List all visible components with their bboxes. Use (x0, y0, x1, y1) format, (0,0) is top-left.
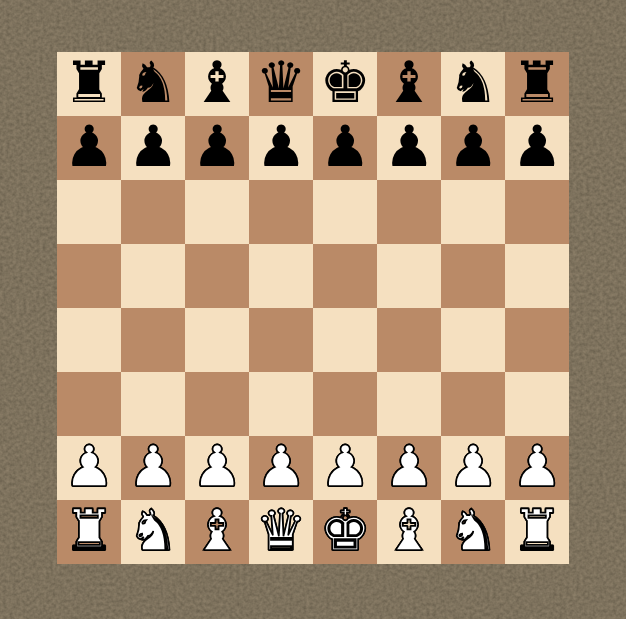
square-e1[interactable]: ♚ (313, 500, 377, 564)
square-c8[interactable]: ♝ (185, 52, 249, 116)
square-b5[interactable] (121, 244, 185, 308)
square-g1[interactable]: ♞ (441, 500, 505, 564)
square-f7[interactable]: ♟ (377, 116, 441, 180)
piece-black-pawn[interactable]: ♟ (319, 116, 370, 178)
piece-white-rook[interactable]: ♜ (511, 500, 562, 562)
square-e2[interactable]: ♟ (313, 436, 377, 500)
square-g5[interactable] (441, 244, 505, 308)
piece-black-knight[interactable]: ♞ (127, 52, 178, 114)
square-e8[interactable]: ♚ (313, 52, 377, 116)
piece-black-pawn[interactable]: ♟ (383, 116, 434, 178)
square-c2[interactable]: ♟ (185, 436, 249, 500)
square-g8[interactable]: ♞ (441, 52, 505, 116)
square-f6[interactable] (377, 180, 441, 244)
chess-board: ♜♞♝♛♚♝♞♜♟♟♟♟♟♟♟♟♟♟♟♟♟♟♟♟♜♞♝♛♚♝♞♜ (57, 52, 569, 564)
square-b8[interactable]: ♞ (121, 52, 185, 116)
square-g3[interactable] (441, 372, 505, 436)
square-e4[interactable] (313, 308, 377, 372)
piece-black-pawn[interactable]: ♟ (63, 116, 114, 178)
piece-white-pawn[interactable]: ♟ (319, 436, 370, 498)
square-a4[interactable] (57, 308, 121, 372)
square-a2[interactable]: ♟ (57, 436, 121, 500)
piece-white-pawn[interactable]: ♟ (191, 436, 242, 498)
piece-white-pawn[interactable]: ♟ (447, 436, 498, 498)
piece-black-pawn[interactable]: ♟ (127, 116, 178, 178)
square-d3[interactable] (249, 372, 313, 436)
square-c5[interactable] (185, 244, 249, 308)
square-f5[interactable] (377, 244, 441, 308)
piece-white-pawn[interactable]: ♟ (63, 436, 114, 498)
square-c4[interactable] (185, 308, 249, 372)
piece-black-pawn[interactable]: ♟ (191, 116, 242, 178)
square-e7[interactable]: ♟ (313, 116, 377, 180)
square-f2[interactable]: ♟ (377, 436, 441, 500)
square-c1[interactable]: ♝ (185, 500, 249, 564)
square-f4[interactable] (377, 308, 441, 372)
piece-white-pawn[interactable]: ♟ (383, 436, 434, 498)
square-b2[interactable]: ♟ (121, 436, 185, 500)
square-a3[interactable] (57, 372, 121, 436)
square-g6[interactable] (441, 180, 505, 244)
square-d2[interactable]: ♟ (249, 436, 313, 500)
square-h3[interactable] (505, 372, 569, 436)
piece-white-pawn[interactable]: ♟ (127, 436, 178, 498)
piece-black-knight[interactable]: ♞ (447, 52, 498, 114)
square-h5[interactable] (505, 244, 569, 308)
square-c3[interactable] (185, 372, 249, 436)
piece-white-knight[interactable]: ♞ (127, 500, 178, 562)
piece-black-pawn[interactable]: ♟ (255, 116, 306, 178)
square-d5[interactable] (249, 244, 313, 308)
square-c6[interactable] (185, 180, 249, 244)
chess-app-window: ♜♞♝♛♚♝♞♜♟♟♟♟♟♟♟♟♟♟♟♟♟♟♟♟♜♞♝♛♚♝♞♜ (0, 0, 626, 619)
piece-black-bishop[interactable]: ♝ (191, 52, 242, 114)
piece-black-queen[interactable]: ♛ (255, 52, 306, 114)
square-h4[interactable] (505, 308, 569, 372)
square-d1[interactable]: ♛ (249, 500, 313, 564)
piece-white-king[interactable]: ♚ (319, 500, 370, 562)
piece-white-pawn[interactable]: ♟ (511, 436, 562, 498)
square-h6[interactable] (505, 180, 569, 244)
square-d8[interactable]: ♛ (249, 52, 313, 116)
square-b3[interactable] (121, 372, 185, 436)
square-b6[interactable] (121, 180, 185, 244)
piece-white-bishop[interactable]: ♝ (191, 500, 242, 562)
piece-black-bishop[interactable]: ♝ (383, 52, 434, 114)
piece-black-rook[interactable]: ♜ (63, 52, 114, 114)
square-d6[interactable] (249, 180, 313, 244)
square-f1[interactable]: ♝ (377, 500, 441, 564)
square-b4[interactable] (121, 308, 185, 372)
piece-white-bishop[interactable]: ♝ (383, 500, 434, 562)
square-h2[interactable]: ♟ (505, 436, 569, 500)
piece-black-rook[interactable]: ♜ (511, 52, 562, 114)
square-e5[interactable] (313, 244, 377, 308)
square-a1[interactable]: ♜ (57, 500, 121, 564)
piece-white-queen[interactable]: ♛ (255, 500, 306, 562)
piece-black-pawn[interactable]: ♟ (511, 116, 562, 178)
square-g7[interactable]: ♟ (441, 116, 505, 180)
square-h1[interactable]: ♜ (505, 500, 569, 564)
square-b1[interactable]: ♞ (121, 500, 185, 564)
piece-white-pawn[interactable]: ♟ (255, 436, 306, 498)
square-e6[interactable] (313, 180, 377, 244)
square-g4[interactable] (441, 308, 505, 372)
square-h8[interactable]: ♜ (505, 52, 569, 116)
square-e3[interactable] (313, 372, 377, 436)
square-g2[interactable]: ♟ (441, 436, 505, 500)
piece-black-pawn[interactable]: ♟ (447, 116, 498, 178)
square-c7[interactable]: ♟ (185, 116, 249, 180)
square-a5[interactable] (57, 244, 121, 308)
piece-white-rook[interactable]: ♜ (63, 500, 114, 562)
piece-white-knight[interactable]: ♞ (447, 500, 498, 562)
square-b7[interactable]: ♟ (121, 116, 185, 180)
square-a7[interactable]: ♟ (57, 116, 121, 180)
square-a6[interactable] (57, 180, 121, 244)
piece-black-king[interactable]: ♚ (319, 52, 370, 114)
square-f8[interactable]: ♝ (377, 52, 441, 116)
square-d7[interactable]: ♟ (249, 116, 313, 180)
square-h7[interactable]: ♟ (505, 116, 569, 180)
square-d4[interactable] (249, 308, 313, 372)
square-a8[interactable]: ♜ (57, 52, 121, 116)
square-f3[interactable] (377, 372, 441, 436)
